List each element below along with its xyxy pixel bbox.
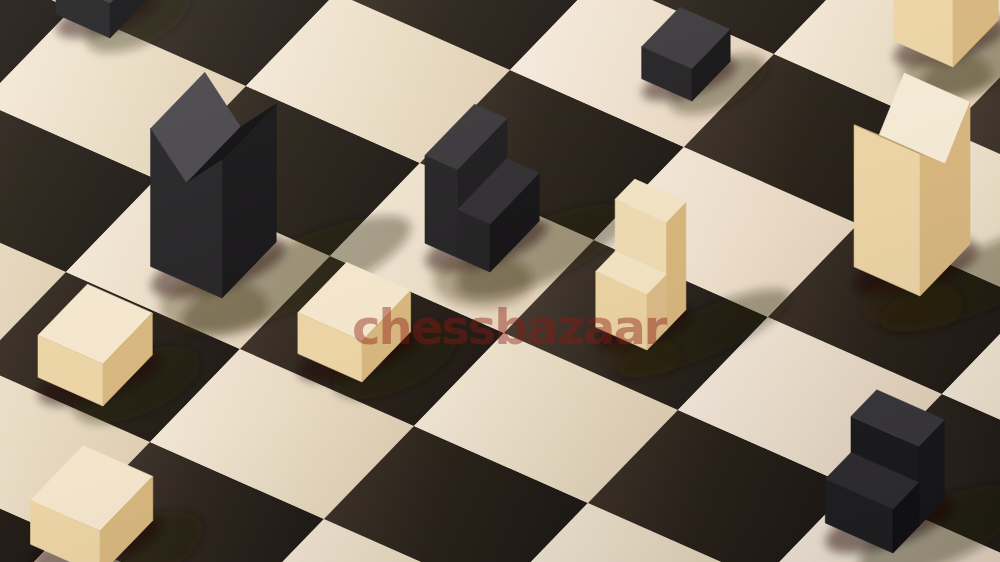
piece-white-king[interactable] [854,73,970,296]
pieces-layer [0,0,1000,562]
photo-stage: chessbazaar [0,0,1000,562]
watermark: chessbazaar [352,299,665,355]
